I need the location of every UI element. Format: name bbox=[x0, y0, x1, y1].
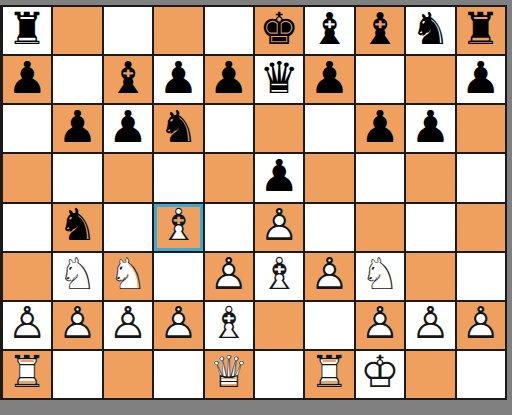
square-e8[interactable] bbox=[205, 7, 253, 54]
square-e1[interactable]: ♛♕ bbox=[205, 351, 253, 398]
square-f2[interactable] bbox=[255, 302, 303, 349]
square-h6[interactable]: ♟ bbox=[356, 105, 404, 152]
piece-solid-glyph: ♟ bbox=[7, 56, 46, 100]
piece-outline-glyph: ♙ bbox=[209, 252, 248, 296]
square-f5[interactable]: ♟ bbox=[255, 154, 303, 201]
piece-outline-glyph: ♔ bbox=[360, 351, 399, 395]
piece-outline-glyph: ♘ bbox=[360, 252, 399, 296]
square-g8[interactable]: ♝ bbox=[305, 7, 353, 54]
square-i1[interactable] bbox=[406, 351, 454, 398]
square-i2[interactable]: ♟♙ bbox=[406, 302, 454, 349]
square-e2[interactable]: ♝♗ bbox=[205, 302, 253, 349]
black-pawn-piece[interactable]: ♟ bbox=[53, 105, 101, 152]
piece-solid-glyph: ♟ bbox=[259, 154, 298, 198]
square-c6[interactable]: ♟ bbox=[104, 105, 152, 152]
square-c4[interactable] bbox=[104, 204, 152, 251]
square-a7[interactable]: ♟ bbox=[3, 56, 51, 103]
square-f6[interactable] bbox=[255, 105, 303, 152]
piece-solid-glyph: ♝ bbox=[310, 7, 349, 51]
piece-solid-glyph: ♟ bbox=[411, 105, 450, 149]
white-knight-piece[interactable]: ♞♘ bbox=[53, 253, 101, 300]
square-d7[interactable]: ♟ bbox=[154, 56, 202, 103]
piece-solid-glyph: ♚ bbox=[259, 7, 298, 51]
square-h7[interactable] bbox=[356, 56, 404, 103]
piece-outline-glyph: ♙ bbox=[58, 302, 97, 346]
square-b6[interactable]: ♟ bbox=[53, 105, 101, 152]
white-rook-piece[interactable]: ♜♖ bbox=[3, 351, 51, 398]
square-h5[interactable] bbox=[356, 154, 404, 201]
white-knight-piece[interactable]: ♞♘ bbox=[356, 253, 404, 300]
piece-outline-glyph: ♙ bbox=[310, 252, 349, 296]
square-c1[interactable] bbox=[104, 351, 152, 398]
square-a3[interactable] bbox=[3, 253, 51, 300]
square-a8[interactable]: ♜ bbox=[3, 7, 51, 54]
square-a1[interactable]: ♜♖ bbox=[3, 351, 51, 398]
black-pawn-piece[interactable]: ♟ bbox=[3, 56, 51, 103]
piece-outline-glyph: ♖ bbox=[310, 351, 349, 395]
white-pawn-piece[interactable]: ♟♙ bbox=[356, 302, 404, 349]
piece-outline-glyph: ♙ bbox=[108, 302, 147, 346]
square-d1[interactable] bbox=[154, 351, 202, 398]
chess-board: ♜♚♝♝♞♜♟♝♟♟♛♟♟♟♟♞♟♟♟♞♝♗♟♙♞♘♞♘♟♙♝♗♟♙♞♘♟♙♟♙… bbox=[0, 5, 507, 400]
piece-solid-glyph: ♟ bbox=[209, 56, 248, 100]
square-g5[interactable] bbox=[305, 154, 353, 201]
square-c7[interactable]: ♝ bbox=[104, 56, 152, 103]
square-b8[interactable] bbox=[53, 7, 101, 54]
square-i7[interactable] bbox=[406, 56, 454, 103]
square-j1[interactable] bbox=[457, 351, 505, 398]
white-pawn-piece[interactable]: ♟♙ bbox=[457, 302, 505, 349]
white-knight-piece[interactable]: ♞♘ bbox=[104, 253, 152, 300]
white-bishop-piece[interactable]: ♝♗ bbox=[255, 253, 303, 300]
piece-outline-glyph: ♗ bbox=[259, 252, 298, 296]
square-f7[interactable]: ♛ bbox=[255, 56, 303, 103]
piece-solid-glyph: ♟ bbox=[310, 56, 349, 100]
square-c5[interactable] bbox=[104, 154, 152, 201]
white-pawn-piece[interactable]: ♟♙ bbox=[255, 204, 303, 251]
piece-solid-glyph: ♝ bbox=[360, 7, 399, 51]
black-rook-piece[interactable]: ♜ bbox=[457, 7, 505, 54]
square-h2[interactable]: ♟♙ bbox=[356, 302, 404, 349]
square-i3[interactable] bbox=[406, 253, 454, 300]
square-f4[interactable]: ♟♙ bbox=[255, 204, 303, 251]
white-king-piece[interactable]: ♚♔ bbox=[356, 351, 404, 398]
white-bishop-piece[interactable]: ♝♗ bbox=[205, 302, 253, 349]
piece-outline-glyph: ♖ bbox=[7, 351, 46, 395]
white-pawn-piece[interactable]: ♟♙ bbox=[3, 302, 51, 349]
black-pawn-piece[interactable]: ♟ bbox=[205, 56, 253, 103]
square-d2[interactable]: ♟♙ bbox=[154, 302, 202, 349]
square-e4[interactable] bbox=[205, 204, 253, 251]
piece-solid-glyph: ♝ bbox=[108, 56, 147, 100]
black-bishop-piece[interactable]: ♝ bbox=[305, 7, 353, 54]
piece-solid-glyph: ♟ bbox=[461, 56, 500, 100]
black-bishop-piece[interactable]: ♝ bbox=[104, 56, 152, 103]
square-g4[interactable] bbox=[305, 204, 353, 251]
piece-solid-glyph: ♜ bbox=[7, 7, 46, 51]
piece-solid-glyph: ♛ bbox=[259, 56, 298, 100]
square-g2[interactable] bbox=[305, 302, 353, 349]
piece-outline-glyph: ♙ bbox=[259, 203, 298, 247]
square-d6[interactable]: ♞ bbox=[154, 105, 202, 152]
white-pawn-piece[interactable]: ♟♙ bbox=[406, 302, 454, 349]
square-e7[interactable]: ♟ bbox=[205, 56, 253, 103]
window-background: ♜♚♝♝♞♜♟♝♟♟♛♟♟♟♟♞♟♟♟♞♝♗♟♙♞♘♞♘♟♙♝♗♟♙♞♘♟♙♟♙… bbox=[0, 0, 512, 415]
piece-solid-glyph: ♟ bbox=[159, 56, 198, 100]
square-j6[interactable] bbox=[457, 105, 505, 152]
square-h8[interactable]: ♝ bbox=[356, 7, 404, 54]
black-knight-piece[interactable]: ♞ bbox=[53, 204, 101, 251]
square-e5[interactable] bbox=[205, 154, 253, 201]
square-j7[interactable]: ♟ bbox=[457, 56, 505, 103]
square-e6[interactable] bbox=[205, 105, 253, 152]
square-d4[interactable]: ♝♗ bbox=[154, 204, 202, 251]
piece-solid-glyph: ♞ bbox=[159, 105, 198, 149]
square-b1[interactable] bbox=[53, 351, 101, 398]
square-g1[interactable]: ♜♖ bbox=[305, 351, 353, 398]
white-pawn-piece[interactable]: ♟♙ bbox=[205, 253, 253, 300]
square-i4[interactable] bbox=[406, 204, 454, 251]
square-j4[interactable] bbox=[457, 204, 505, 251]
square-a4[interactable] bbox=[3, 204, 51, 251]
piece-outline-glyph: ♙ bbox=[7, 302, 46, 346]
white-rook-piece[interactable]: ♜♖ bbox=[305, 351, 353, 398]
square-c8[interactable] bbox=[104, 7, 152, 54]
square-a6[interactable] bbox=[3, 105, 51, 152]
square-c2[interactable]: ♟♙ bbox=[104, 302, 152, 349]
square-i5[interactable] bbox=[406, 154, 454, 201]
black-pawn-piece[interactable]: ♟ bbox=[457, 56, 505, 103]
square-g6[interactable] bbox=[305, 105, 353, 152]
black-pawn-piece[interactable]: ♟ bbox=[356, 105, 404, 152]
piece-solid-glyph: ♞ bbox=[411, 7, 450, 51]
black-rook-piece[interactable]: ♜ bbox=[3, 7, 51, 54]
square-f1[interactable] bbox=[255, 351, 303, 398]
square-h1[interactable]: ♚♔ bbox=[356, 351, 404, 398]
square-h3[interactable]: ♞♘ bbox=[356, 253, 404, 300]
black-pawn-piece[interactable]: ♟ bbox=[154, 56, 202, 103]
square-g7[interactable]: ♟ bbox=[305, 56, 353, 103]
square-e3[interactable]: ♟♙ bbox=[205, 253, 253, 300]
square-b3[interactable]: ♞♘ bbox=[53, 253, 101, 300]
piece-outline-glyph: ♗ bbox=[159, 203, 198, 247]
black-bishop-piece[interactable]: ♝ bbox=[356, 7, 404, 54]
square-j3[interactable] bbox=[457, 253, 505, 300]
piece-outline-glyph: ♕ bbox=[209, 351, 248, 395]
piece-solid-glyph: ♞ bbox=[58, 203, 97, 247]
white-queen-piece[interactable]: ♛♕ bbox=[205, 351, 253, 398]
square-j2[interactable]: ♟♙ bbox=[457, 302, 505, 349]
piece-outline-glyph: ♙ bbox=[360, 302, 399, 346]
square-b2[interactable]: ♟♙ bbox=[53, 302, 101, 349]
piece-outline-glyph: ♙ bbox=[159, 302, 198, 346]
square-f3[interactable]: ♝♗ bbox=[255, 253, 303, 300]
black-pawn-piece[interactable]: ♟ bbox=[255, 154, 303, 201]
white-pawn-piece[interactable]: ♟♙ bbox=[104, 302, 152, 349]
square-b7[interactable] bbox=[53, 56, 101, 103]
square-h4[interactable] bbox=[356, 204, 404, 251]
square-d5[interactable] bbox=[154, 154, 202, 201]
piece-outline-glyph: ♙ bbox=[461, 302, 500, 346]
black-pawn-piece[interactable]: ♟ bbox=[305, 56, 353, 103]
square-f8[interactable]: ♚ bbox=[255, 7, 303, 54]
white-pawn-piece[interactable]: ♟♙ bbox=[154, 302, 202, 349]
piece-outline-glyph: ♘ bbox=[58, 252, 97, 296]
piece-outline-glyph: ♙ bbox=[411, 302, 450, 346]
piece-solid-glyph: ♟ bbox=[58, 105, 97, 149]
square-c3[interactable]: ♞♘ bbox=[104, 253, 152, 300]
square-b5[interactable] bbox=[53, 154, 101, 201]
piece-solid-glyph: ♜ bbox=[461, 7, 500, 51]
square-d8[interactable] bbox=[154, 7, 202, 54]
piece-solid-glyph: ♟ bbox=[360, 105, 399, 149]
piece-outline-glyph: ♗ bbox=[209, 302, 248, 346]
square-i8[interactable]: ♞ bbox=[406, 7, 454, 54]
square-j8[interactable]: ♜ bbox=[457, 7, 505, 54]
piece-solid-glyph: ♟ bbox=[108, 105, 147, 149]
square-b4[interactable]: ♞ bbox=[53, 204, 101, 251]
white-pawn-piece[interactable]: ♟♙ bbox=[53, 302, 101, 349]
square-i6[interactable]: ♟ bbox=[406, 105, 454, 152]
square-j5[interactable] bbox=[457, 154, 505, 201]
black-pawn-piece[interactable]: ♟ bbox=[104, 105, 152, 152]
black-knight-piece[interactable]: ♞ bbox=[406, 7, 454, 54]
white-pawn-piece[interactable]: ♟♙ bbox=[305, 253, 353, 300]
black-queen-piece[interactable]: ♛ bbox=[255, 56, 303, 103]
black-king-piece[interactable]: ♚ bbox=[255, 7, 303, 54]
white-bishop-piece[interactable]: ♝♗ bbox=[154, 204, 202, 251]
black-pawn-piece[interactable]: ♟ bbox=[406, 105, 454, 152]
square-d3[interactable] bbox=[154, 253, 202, 300]
black-knight-piece[interactable]: ♞ bbox=[154, 105, 202, 152]
piece-outline-glyph: ♘ bbox=[108, 252, 147, 296]
square-g3[interactable]: ♟♙ bbox=[305, 253, 353, 300]
square-a5[interactable] bbox=[3, 154, 51, 201]
square-a2[interactable]: ♟♙ bbox=[3, 302, 51, 349]
